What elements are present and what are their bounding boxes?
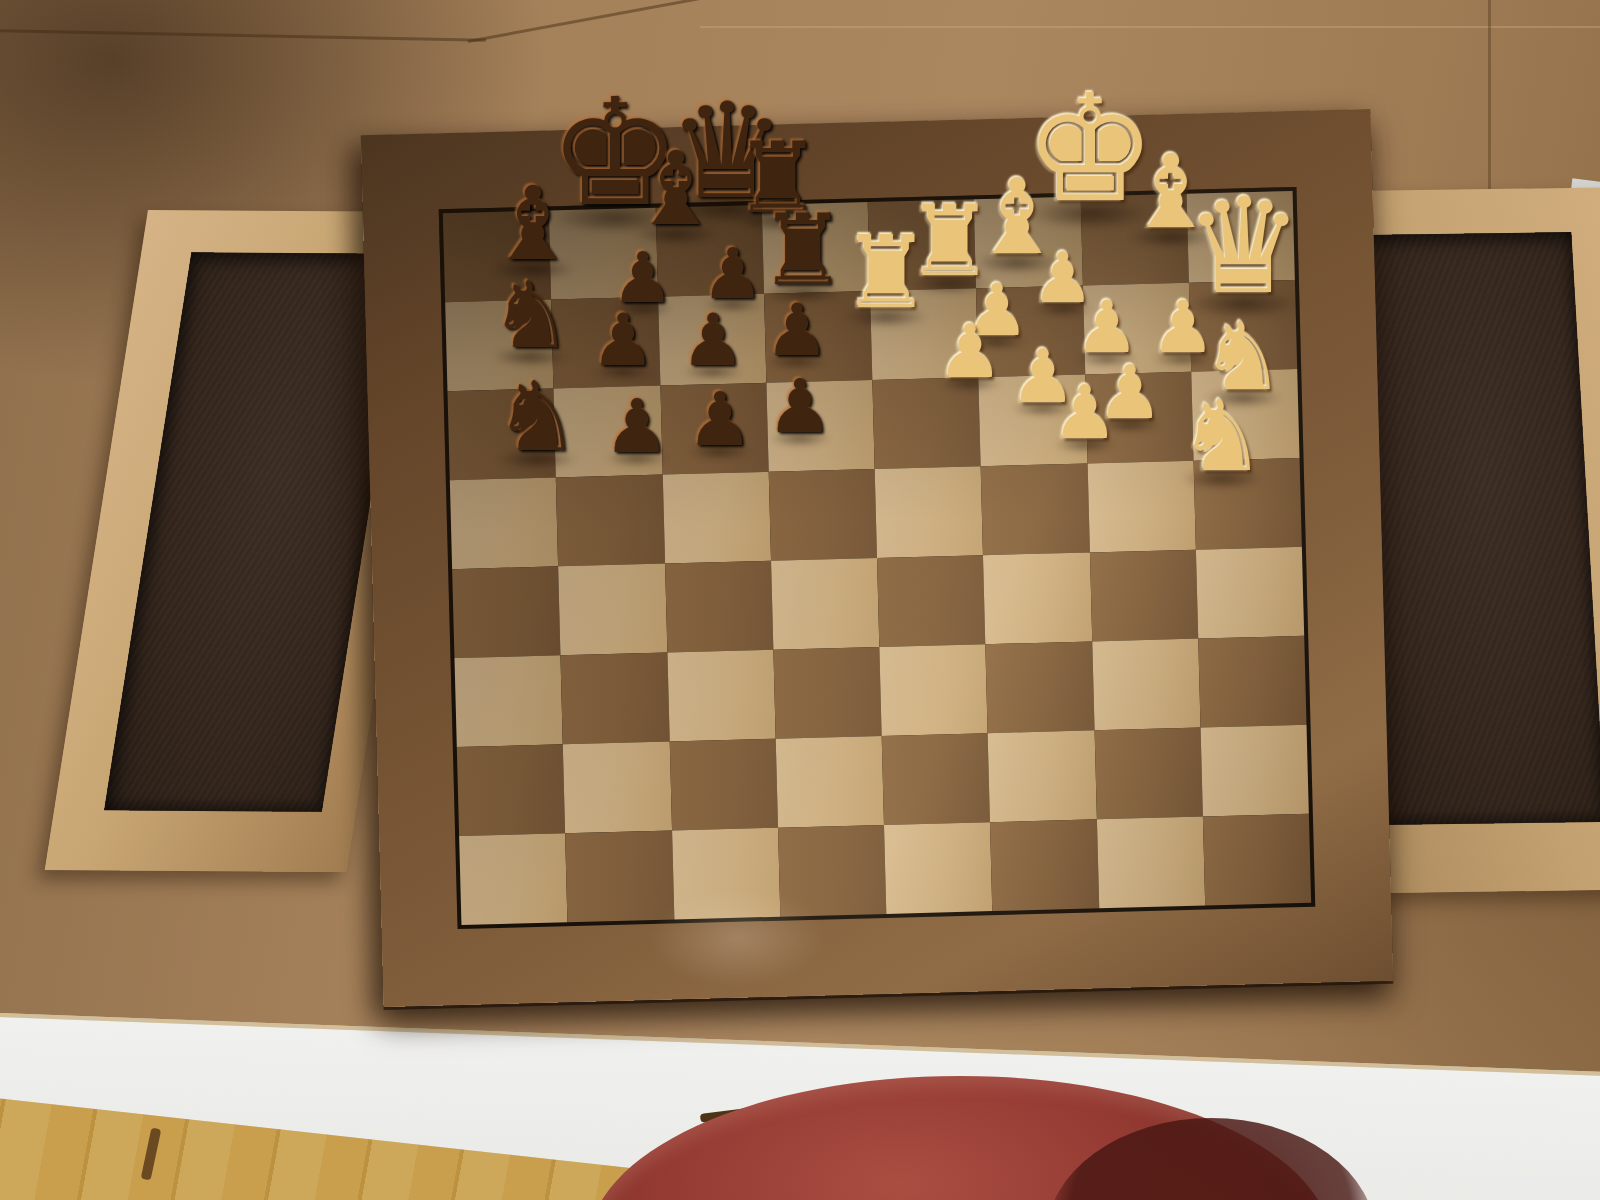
piece-dark-knight-a5[interactable]: ♞ xyxy=(494,369,580,465)
cardboard-seam xyxy=(700,26,1600,28)
pawn-glyph: ♟ xyxy=(591,304,656,376)
piece-dark-pawn-b6[interactable]: ♟ xyxy=(591,304,656,376)
square-d3[interactable] xyxy=(773,647,882,739)
knight-glyph: ♞ xyxy=(1178,387,1266,485)
piece-dark-rook-d7[interactable]: ♜ xyxy=(759,201,847,299)
square-b4[interactable] xyxy=(558,564,667,656)
piece-dark-pawn-c5[interactable]: ♟ xyxy=(687,382,753,456)
pawn-glyph: ♟ xyxy=(767,369,833,443)
square-f2[interactable] xyxy=(988,730,1097,822)
square-a4[interactable] xyxy=(452,566,561,658)
square-b5[interactable] xyxy=(556,475,665,567)
piece-light-pawn-f5[interactable]: ♟ xyxy=(937,314,1003,388)
pawn-glyph: ♟ xyxy=(1052,375,1118,449)
piece-dark-bishop-a7[interactable]: ♝ xyxy=(487,173,578,275)
square-g1[interactable] xyxy=(1096,817,1205,909)
square-a3[interactable] xyxy=(454,655,563,747)
piece-dark-pawn-d6[interactable]: ♟ xyxy=(765,294,830,366)
square-g4[interactable] xyxy=(1089,550,1198,642)
pawn-glyph: ♟ xyxy=(937,314,1003,388)
square-b1[interactable] xyxy=(565,830,674,922)
piece-light-pawn-f4[interactable]: ♟ xyxy=(1052,375,1118,449)
piece-light-rook-e7[interactable]: ♜ xyxy=(841,223,931,323)
square-c4[interactable] xyxy=(665,561,774,653)
square-b3[interactable] xyxy=(561,653,670,745)
piece-light-knight-h4[interactable]: ♞ xyxy=(1178,387,1266,485)
cardboard-crease xyxy=(1488,0,1491,206)
cardboard-crease xyxy=(468,0,720,43)
square-a1[interactable] xyxy=(459,833,568,925)
rook-glyph: ♜ xyxy=(841,223,931,323)
square-h4[interactable] xyxy=(1196,547,1305,639)
pawn-glyph: ♟ xyxy=(687,382,753,456)
square-e3[interactable] xyxy=(879,644,988,736)
square-b2[interactable] xyxy=(563,742,672,834)
knight-glyph: ♞ xyxy=(490,270,572,362)
square-d5[interactable] xyxy=(768,469,877,561)
square-c3[interactable] xyxy=(667,650,776,742)
square-c5[interactable] xyxy=(662,472,771,564)
square-g3[interactable] xyxy=(1092,639,1201,731)
piece-dark-bishop-c8[interactable]: ♝ xyxy=(630,138,721,240)
square-e1[interactable] xyxy=(884,822,993,914)
square-c2[interactable] xyxy=(669,739,778,831)
square-g2[interactable] xyxy=(1094,728,1203,820)
square-e2[interactable] xyxy=(882,733,991,825)
pawn-glyph: ♟ xyxy=(681,304,746,376)
square-f3[interactable] xyxy=(986,641,1095,733)
square-d4[interactable] xyxy=(771,558,880,650)
square-f5[interactable] xyxy=(981,463,1090,555)
bishop-glyph: ♝ xyxy=(630,138,721,240)
square-a2[interactable] xyxy=(457,744,566,836)
piece-dark-pawn-b5[interactable]: ♟ xyxy=(604,389,670,463)
square-h3[interactable] xyxy=(1198,636,1307,728)
bishop-glyph: ♝ xyxy=(487,173,578,275)
cardboard-seam xyxy=(0,29,486,41)
square-d2[interactable] xyxy=(775,736,884,828)
tray-felt-lining xyxy=(104,252,409,812)
square-e5[interactable] xyxy=(875,466,984,558)
knight-glyph: ♞ xyxy=(494,369,580,465)
piece-dark-pawn-c6[interactable]: ♟ xyxy=(681,304,746,376)
square-e4[interactable] xyxy=(877,555,986,647)
pawn-glyph: ♟ xyxy=(604,389,670,463)
square-h1[interactable] xyxy=(1203,814,1312,906)
rook-glyph: ♜ xyxy=(759,201,847,299)
board-stain xyxy=(648,888,828,988)
square-h2[interactable] xyxy=(1200,725,1309,817)
square-a5[interactable] xyxy=(450,477,559,569)
scene-photo-chess-set: ♛♚♚♜♝♝♝♝♜♜♛♟♟♟♜♟♞♟♟♟♟♟♟♞♟♟♟♟♟♞♟♞ xyxy=(0,0,1600,1200)
pawn-glyph: ♟ xyxy=(765,294,830,366)
piece-dark-knight-a6[interactable]: ♞ xyxy=(490,270,572,362)
piece-dark-pawn-d5[interactable]: ♟ xyxy=(767,369,833,443)
square-f4[interactable] xyxy=(983,552,1092,644)
square-f1[interactable] xyxy=(990,819,1099,911)
